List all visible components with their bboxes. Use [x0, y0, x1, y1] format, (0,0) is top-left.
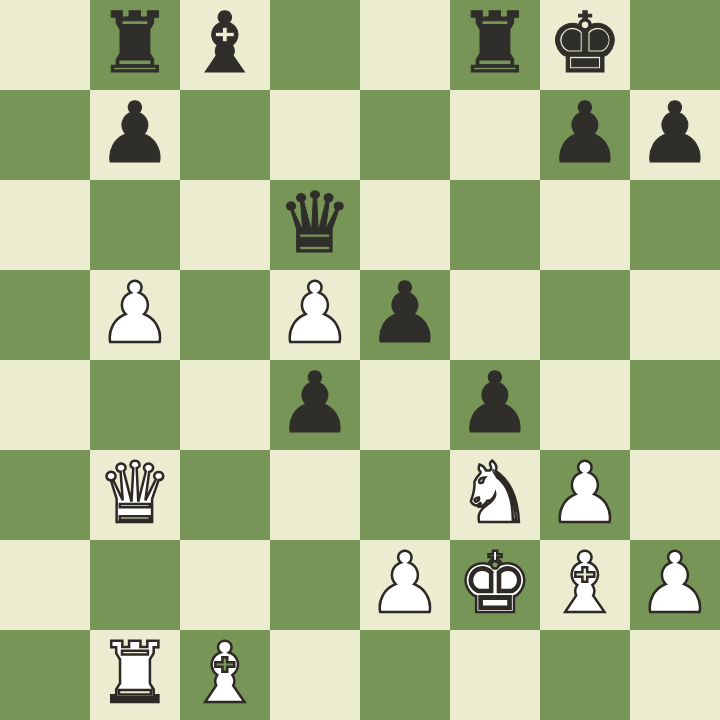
square-a8[interactable] — [0, 0, 90, 90]
square-a4[interactable] — [0, 360, 90, 450]
square-d1[interactable] — [270, 630, 360, 720]
black-pawn-g7[interactable]: ♟ — [547, 88, 622, 178]
square-b5[interactable]: ♟ — [90, 270, 180, 360]
white-pawn-g3[interactable]: ♟ — [547, 448, 622, 538]
square-f3[interactable]: ♞ — [450, 450, 540, 540]
square-h8[interactable] — [630, 0, 720, 90]
square-g3[interactable]: ♟ — [540, 450, 630, 540]
square-c5[interactable] — [180, 270, 270, 360]
square-b8[interactable]: ♜ — [90, 0, 180, 90]
square-f6[interactable] — [450, 180, 540, 270]
square-g6[interactable] — [540, 180, 630, 270]
square-c8[interactable]: ♝ — [180, 0, 270, 90]
white-bishop-g2[interactable]: ♝ — [547, 538, 622, 628]
black-pawn-f4[interactable]: ♟ — [457, 358, 532, 448]
square-d5[interactable]: ♟ — [270, 270, 360, 360]
square-h1[interactable] — [630, 630, 720, 720]
square-h4[interactable] — [630, 360, 720, 450]
square-h5[interactable] — [630, 270, 720, 360]
square-d7[interactable] — [270, 90, 360, 180]
square-g1[interactable] — [540, 630, 630, 720]
black-queen-d6[interactable]: ♛ — [277, 178, 352, 268]
square-h7[interactable]: ♟ — [630, 90, 720, 180]
square-e8[interactable] — [360, 0, 450, 90]
square-h2[interactable]: ♟ — [630, 540, 720, 630]
white-king-f2[interactable]: ♚ — [457, 538, 532, 628]
square-b1[interactable]: ♜ — [90, 630, 180, 720]
square-a7[interactable] — [0, 90, 90, 180]
square-b3[interactable]: ♛ — [90, 450, 180, 540]
square-e4[interactable] — [360, 360, 450, 450]
square-c4[interactable] — [180, 360, 270, 450]
black-pawn-h7[interactable]: ♟ — [637, 88, 712, 178]
black-pawn-d4[interactable]: ♟ — [277, 358, 352, 448]
square-a5[interactable] — [0, 270, 90, 360]
square-e5[interactable]: ♟ — [360, 270, 450, 360]
square-d2[interactable] — [270, 540, 360, 630]
square-h6[interactable] — [630, 180, 720, 270]
square-f2[interactable]: ♚ — [450, 540, 540, 630]
white-pawn-h2[interactable]: ♟ — [637, 538, 712, 628]
white-pawn-d5[interactable]: ♟ — [277, 268, 352, 358]
square-h3[interactable] — [630, 450, 720, 540]
square-g5[interactable] — [540, 270, 630, 360]
square-b6[interactable] — [90, 180, 180, 270]
white-queen-b3[interactable]: ♛ — [97, 448, 172, 538]
square-f1[interactable] — [450, 630, 540, 720]
square-b7[interactable]: ♟ — [90, 90, 180, 180]
square-g7[interactable]: ♟ — [540, 90, 630, 180]
square-f7[interactable] — [450, 90, 540, 180]
square-e3[interactable] — [360, 450, 450, 540]
square-c3[interactable] — [180, 450, 270, 540]
black-pawn-b7[interactable]: ♟ — [97, 88, 172, 178]
chess-board: ♜♝♜♚♟♟♟♛♟♟♟♟♟♛♞♟♟♚♝♟♜♝ — [0, 0, 720, 720]
square-e6[interactable] — [360, 180, 450, 270]
square-f8[interactable]: ♜ — [450, 0, 540, 90]
square-f5[interactable] — [450, 270, 540, 360]
white-pawn-e2[interactable]: ♟ — [367, 538, 442, 628]
square-g4[interactable] — [540, 360, 630, 450]
white-pawn-b5[interactable]: ♟ — [97, 268, 172, 358]
black-bishop-c8[interactable]: ♝ — [187, 0, 262, 88]
square-g2[interactable]: ♝ — [540, 540, 630, 630]
square-d4[interactable]: ♟ — [270, 360, 360, 450]
square-b2[interactable] — [90, 540, 180, 630]
black-rook-f8[interactable]: ♜ — [457, 0, 532, 88]
square-f4[interactable]: ♟ — [450, 360, 540, 450]
black-king-g8[interactable]: ♚ — [547, 0, 622, 88]
square-b4[interactable] — [90, 360, 180, 450]
square-c6[interactable] — [180, 180, 270, 270]
square-c2[interactable] — [180, 540, 270, 630]
square-a2[interactable] — [0, 540, 90, 630]
white-rook-b1[interactable]: ♜ — [97, 628, 172, 718]
square-a6[interactable] — [0, 180, 90, 270]
white-bishop-c1[interactable]: ♝ — [187, 628, 262, 718]
square-a1[interactable] — [0, 630, 90, 720]
square-d8[interactable] — [270, 0, 360, 90]
white-knight-f3[interactable]: ♞ — [457, 448, 532, 538]
square-d3[interactable] — [270, 450, 360, 540]
square-e1[interactable] — [360, 630, 450, 720]
square-d6[interactable]: ♛ — [270, 180, 360, 270]
square-c1[interactable]: ♝ — [180, 630, 270, 720]
square-g8[interactable]: ♚ — [540, 0, 630, 90]
square-a3[interactable] — [0, 450, 90, 540]
square-e2[interactable]: ♟ — [360, 540, 450, 630]
black-pawn-e5[interactable]: ♟ — [367, 268, 442, 358]
square-e7[interactable] — [360, 90, 450, 180]
square-c7[interactable] — [180, 90, 270, 180]
black-rook-b8[interactable]: ♜ — [97, 0, 172, 88]
